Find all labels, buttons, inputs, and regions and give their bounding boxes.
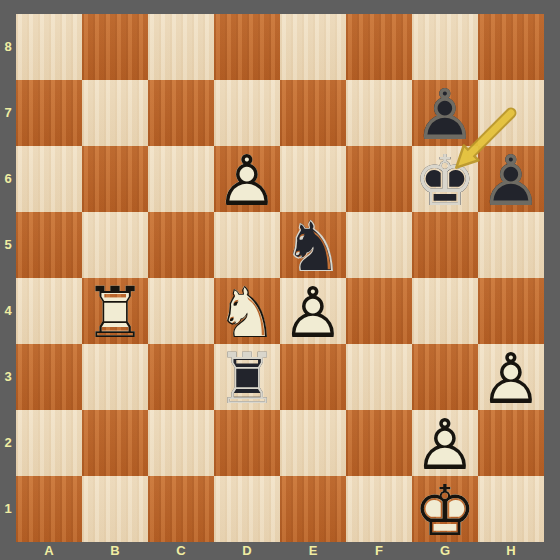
- square-e4[interactable]: ♟♙: [280, 278, 346, 344]
- file-label-f: F: [346, 541, 412, 560]
- square-f8[interactable]: [346, 14, 412, 80]
- pawn-outline-icon: ♙: [280, 280, 346, 346]
- square-h3[interactable]: ♟♙: [478, 344, 544, 410]
- square-c6[interactable]: [148, 146, 214, 212]
- square-f6[interactable]: [346, 146, 412, 212]
- white-pawn[interactable]: ♟♙: [214, 146, 280, 212]
- knight-outline-icon: ♘: [280, 214, 346, 280]
- square-g7[interactable]: ♟♙: [412, 80, 478, 146]
- square-b1[interactable]: [82, 476, 148, 542]
- square-b6[interactable]: [82, 146, 148, 212]
- square-a8[interactable]: [16, 14, 82, 80]
- rank-label-1: 1: [0, 476, 16, 542]
- square-b7[interactable]: [82, 80, 148, 146]
- square-c4[interactable]: [148, 278, 214, 344]
- square-g2[interactable]: ♟♙: [412, 410, 478, 476]
- chess-board: ♟♙♟♙♚♔♟♙♞♘♜♖♞♘♟♙♜♖♟♙♟♙♚♔: [16, 14, 544, 542]
- board-frame: ♟♙♟♙♚♔♟♙♞♘♜♖♞♘♟♙♜♖♟♙♟♙♚♔ 87654321 ABCDEF…: [0, 0, 560, 560]
- square-d8[interactable]: [214, 14, 280, 80]
- rank-label-6: 6: [0, 146, 16, 212]
- rank-label-5: 5: [0, 212, 16, 278]
- white-pawn[interactable]: ♟♙: [280, 278, 346, 344]
- square-e1[interactable]: [280, 476, 346, 542]
- pawn-outline-icon: ♙: [478, 346, 544, 412]
- square-d3[interactable]: ♜♖: [214, 344, 280, 410]
- square-h1[interactable]: [478, 476, 544, 542]
- square-h7[interactable]: [478, 80, 544, 146]
- black-pawn[interactable]: ♟♙: [412, 80, 478, 146]
- square-d7[interactable]: [214, 80, 280, 146]
- square-c7[interactable]: [148, 80, 214, 146]
- square-b8[interactable]: [82, 14, 148, 80]
- white-rook[interactable]: ♜♖: [82, 278, 148, 344]
- square-c3[interactable]: [148, 344, 214, 410]
- square-a5[interactable]: [16, 212, 82, 278]
- square-h6[interactable]: ♟♙: [478, 146, 544, 212]
- square-c1[interactable]: [148, 476, 214, 542]
- rank-label-2: 2: [0, 410, 16, 476]
- file-label-a: A: [16, 541, 82, 560]
- square-f1[interactable]: [346, 476, 412, 542]
- square-e5[interactable]: ♞♘: [280, 212, 346, 278]
- rook-outline-icon: ♖: [82, 280, 148, 346]
- file-label-c: C: [148, 541, 214, 560]
- square-f5[interactable]: [346, 212, 412, 278]
- white-king[interactable]: ♚♔: [412, 476, 478, 542]
- square-c2[interactable]: [148, 410, 214, 476]
- pawn-outline-icon: ♙: [478, 148, 544, 214]
- king-outline-icon: ♔: [412, 478, 478, 544]
- knight-outline-icon: ♘: [214, 280, 280, 346]
- square-d1[interactable]: [214, 476, 280, 542]
- square-a3[interactable]: [16, 344, 82, 410]
- king-outline-icon: ♔: [412, 148, 478, 214]
- black-knight[interactable]: ♞♘: [280, 212, 346, 278]
- square-e7[interactable]: [280, 80, 346, 146]
- square-a4[interactable]: [16, 278, 82, 344]
- square-e2[interactable]: [280, 410, 346, 476]
- square-a6[interactable]: [16, 146, 82, 212]
- pawn-outline-icon: ♙: [412, 412, 478, 478]
- square-f2[interactable]: [346, 410, 412, 476]
- pawn-outline-icon: ♙: [214, 148, 280, 214]
- square-a2[interactable]: [16, 410, 82, 476]
- square-c8[interactable]: [148, 14, 214, 80]
- square-g1[interactable]: ♚♔: [412, 476, 478, 542]
- rook-outline-icon: ♖: [214, 346, 280, 412]
- black-pawn[interactable]: ♟♙: [478, 146, 544, 212]
- square-f4[interactable]: [346, 278, 412, 344]
- file-label-h: H: [478, 541, 544, 560]
- square-b2[interactable]: [82, 410, 148, 476]
- square-g6[interactable]: ♚♔: [412, 146, 478, 212]
- square-g3[interactable]: [412, 344, 478, 410]
- rank-label-3: 3: [0, 344, 16, 410]
- rank-label-8: 8: [0, 14, 16, 80]
- square-e6[interactable]: [280, 146, 346, 212]
- black-rook[interactable]: ♜♖: [214, 344, 280, 410]
- black-king[interactable]: ♚♔: [412, 146, 478, 212]
- rank-label-4: 4: [0, 278, 16, 344]
- square-d4[interactable]: ♞♘: [214, 278, 280, 344]
- square-a7[interactable]: [16, 80, 82, 146]
- square-h4[interactable]: [478, 278, 544, 344]
- pawn-outline-icon: ♙: [412, 82, 478, 148]
- square-d6[interactable]: ♟♙: [214, 146, 280, 212]
- square-c5[interactable]: [148, 212, 214, 278]
- square-g4[interactable]: [412, 278, 478, 344]
- file-label-e: E: [280, 541, 346, 560]
- square-f3[interactable]: [346, 344, 412, 410]
- square-b5[interactable]: [82, 212, 148, 278]
- rank-label-7: 7: [0, 80, 16, 146]
- file-label-b: B: [82, 541, 148, 560]
- square-f7[interactable]: [346, 80, 412, 146]
- square-g8[interactable]: [412, 14, 478, 80]
- square-e8[interactable]: [280, 14, 346, 80]
- square-h8[interactable]: [478, 14, 544, 80]
- white-pawn[interactable]: ♟♙: [412, 410, 478, 476]
- square-a1[interactable]: [16, 476, 82, 542]
- square-b4[interactable]: ♜♖: [82, 278, 148, 344]
- white-pawn[interactable]: ♟♙: [478, 344, 544, 410]
- white-knight[interactable]: ♞♘: [214, 278, 280, 344]
- file-label-d: D: [214, 541, 280, 560]
